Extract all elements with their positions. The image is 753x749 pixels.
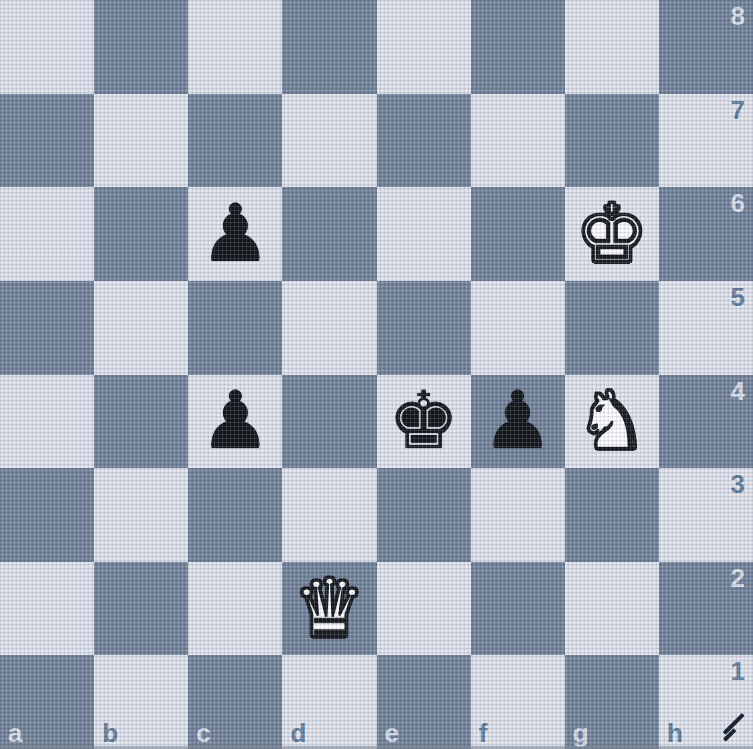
- square-h3[interactable]: 3: [659, 468, 753, 562]
- black-king-e4[interactable]: ♚: [377, 375, 471, 469]
- square-a5[interactable]: [0, 281, 94, 375]
- square-f2[interactable]: [471, 562, 565, 656]
- square-c8[interactable]: [188, 0, 282, 94]
- black-pawn-c4[interactable]: ♟: [188, 375, 282, 469]
- chess-board: 87♟♚65♟♚♟♞43♛2abcdefg1h: [0, 0, 753, 749]
- square-e4[interactable]: ♚: [377, 375, 471, 469]
- rank-label-7: 7: [731, 97, 745, 123]
- rank-label-8: 8: [731, 3, 745, 29]
- square-e1[interactable]: e: [377, 655, 471, 749]
- square-e2[interactable]: [377, 562, 471, 656]
- square-a4[interactable]: [0, 375, 94, 469]
- square-h6[interactable]: 6: [659, 187, 753, 281]
- white-queen-d2[interactable]: ♛: [282, 562, 376, 656]
- square-b4[interactable]: [94, 375, 188, 469]
- square-f8[interactable]: [471, 0, 565, 94]
- black-pawn-c6[interactable]: ♟: [188, 187, 282, 281]
- square-c6[interactable]: ♟: [188, 187, 282, 281]
- file-label-g: g: [573, 720, 589, 746]
- square-b2[interactable]: [94, 562, 188, 656]
- square-c3[interactable]: [188, 468, 282, 562]
- square-g5[interactable]: [565, 281, 659, 375]
- square-c4[interactable]: ♟: [188, 375, 282, 469]
- square-g7[interactable]: [565, 94, 659, 188]
- white-knight-g4[interactable]: ♞: [565, 375, 659, 469]
- rank-label-6: 6: [731, 190, 745, 216]
- chess-board-screenshot: 87♟♚65♟♚♟♞43♛2abcdefg1h: [0, 0, 753, 749]
- square-b8[interactable]: [94, 0, 188, 94]
- square-e8[interactable]: [377, 0, 471, 94]
- square-b5[interactable]: [94, 281, 188, 375]
- rank-label-3: 3: [731, 471, 745, 497]
- square-d1[interactable]: d: [282, 655, 376, 749]
- square-e6[interactable]: [377, 187, 471, 281]
- square-g1[interactable]: g: [565, 655, 659, 749]
- square-f4[interactable]: ♟: [471, 375, 565, 469]
- square-d6[interactable]: [282, 187, 376, 281]
- square-h5[interactable]: 5: [659, 281, 753, 375]
- square-g3[interactable]: [565, 468, 659, 562]
- square-a1[interactable]: a: [0, 655, 94, 749]
- file-label-c: c: [196, 720, 210, 746]
- square-g4[interactable]: ♞: [565, 375, 659, 469]
- square-f1[interactable]: f: [471, 655, 565, 749]
- square-f3[interactable]: [471, 468, 565, 562]
- square-d7[interactable]: [282, 94, 376, 188]
- square-b7[interactable]: [94, 94, 188, 188]
- square-a2[interactable]: [0, 562, 94, 656]
- square-e3[interactable]: [377, 468, 471, 562]
- square-d5[interactable]: [282, 281, 376, 375]
- square-b6[interactable]: [94, 187, 188, 281]
- square-a7[interactable]: [0, 94, 94, 188]
- square-h2[interactable]: 2: [659, 562, 753, 656]
- square-f6[interactable]: [471, 187, 565, 281]
- square-h8[interactable]: 8: [659, 0, 753, 94]
- square-h7[interactable]: 7: [659, 94, 753, 188]
- white-king-g6[interactable]: ♚: [565, 187, 659, 281]
- file-label-h: h: [667, 720, 683, 746]
- square-g8[interactable]: [565, 0, 659, 94]
- square-c1[interactable]: c: [188, 655, 282, 749]
- square-a8[interactable]: [0, 0, 94, 94]
- square-c7[interactable]: [188, 94, 282, 188]
- file-label-d: d: [290, 720, 306, 746]
- file-label-a: a: [8, 720, 22, 746]
- square-d4[interactable]: [282, 375, 376, 469]
- square-g6[interactable]: ♚: [565, 187, 659, 281]
- square-c5[interactable]: [188, 281, 282, 375]
- square-d3[interactable]: [282, 468, 376, 562]
- square-g2[interactable]: [565, 562, 659, 656]
- square-h4[interactable]: 4: [659, 375, 753, 469]
- square-d2[interactable]: ♛: [282, 562, 376, 656]
- square-e5[interactable]: [377, 281, 471, 375]
- square-e7[interactable]: [377, 94, 471, 188]
- square-b1[interactable]: b: [94, 655, 188, 749]
- file-label-e: e: [385, 720, 399, 746]
- corner-double-slash-icon[interactable]: [714, 710, 750, 742]
- square-a3[interactable]: [0, 468, 94, 562]
- black-pawn-f4[interactable]: ♟: [471, 375, 565, 469]
- square-c2[interactable]: [188, 562, 282, 656]
- square-d8[interactable]: [282, 0, 376, 94]
- square-b3[interactable]: [94, 468, 188, 562]
- square-a6[interactable]: [0, 187, 94, 281]
- file-label-f: f: [479, 720, 488, 746]
- rank-label-1: 1: [731, 658, 745, 684]
- square-f7[interactable]: [471, 94, 565, 188]
- rank-label-2: 2: [731, 565, 745, 591]
- file-label-b: b: [102, 720, 118, 746]
- rank-label-5: 5: [731, 284, 745, 310]
- square-f5[interactable]: [471, 281, 565, 375]
- rank-label-4: 4: [731, 378, 745, 404]
